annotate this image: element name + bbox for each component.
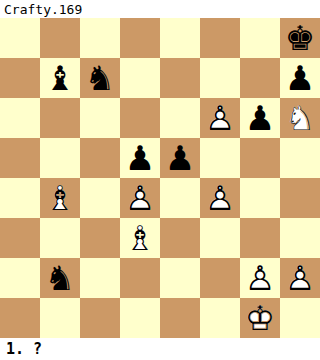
white-piece-outline: ♙ xyxy=(240,258,280,298)
square-a5[interactable] xyxy=(0,138,40,178)
square-d5[interactable]: ♟ xyxy=(120,138,160,178)
square-c4[interactable] xyxy=(80,178,120,218)
square-c1[interactable] xyxy=(80,298,120,338)
square-b2[interactable]: ♞ xyxy=(40,258,80,298)
white-piece-outline: ♙ xyxy=(120,178,160,218)
white-king[interactable]: ♚♔ xyxy=(240,298,280,338)
square-e6[interactable] xyxy=(160,98,200,138)
black-knight[interactable]: ♞ xyxy=(80,58,120,98)
black-pawn[interactable]: ♟ xyxy=(160,138,200,178)
square-c8[interactable] xyxy=(80,18,120,58)
black-piece-glyph: ♟ xyxy=(240,98,280,138)
square-a6[interactable] xyxy=(0,98,40,138)
square-f6[interactable]: ♟♙ xyxy=(200,98,240,138)
white-knight[interactable]: ♞♘ xyxy=(280,98,320,138)
black-pawn[interactable]: ♟ xyxy=(120,138,160,178)
square-h2[interactable]: ♟♙ xyxy=(280,258,320,298)
square-b6[interactable] xyxy=(40,98,80,138)
square-a2[interactable] xyxy=(0,258,40,298)
square-b8[interactable] xyxy=(40,18,80,58)
square-a4[interactable] xyxy=(0,178,40,218)
square-f1[interactable] xyxy=(200,298,240,338)
white-pawn[interactable]: ♟♙ xyxy=(240,258,280,298)
square-e2[interactable] xyxy=(160,258,200,298)
square-f5[interactable] xyxy=(200,138,240,178)
black-piece-glyph: ♚ xyxy=(280,18,320,58)
square-d8[interactable] xyxy=(120,18,160,58)
white-piece-outline: ♙ xyxy=(200,178,240,218)
square-d6[interactable] xyxy=(120,98,160,138)
black-bishop[interactable]: ♝ xyxy=(40,58,80,98)
square-h7[interactable]: ♟ xyxy=(280,58,320,98)
black-piece-glyph: ♞ xyxy=(40,258,80,298)
square-c5[interactable] xyxy=(80,138,120,178)
square-b7[interactable]: ♝ xyxy=(40,58,80,98)
square-e8[interactable] xyxy=(160,18,200,58)
square-f8[interactable] xyxy=(200,18,240,58)
square-h4[interactable] xyxy=(280,178,320,218)
square-g3[interactable] xyxy=(240,218,280,258)
square-c6[interactable] xyxy=(80,98,120,138)
square-c3[interactable] xyxy=(80,218,120,258)
black-piece-glyph: ♟ xyxy=(280,58,320,98)
white-pawn[interactable]: ♟♙ xyxy=(200,178,240,218)
square-f7[interactable] xyxy=(200,58,240,98)
square-b4[interactable]: ♝♗ xyxy=(40,178,80,218)
white-bishop[interactable]: ♝♗ xyxy=(120,218,160,258)
move-prompt: 1. ? xyxy=(0,338,320,360)
square-a7[interactable] xyxy=(0,58,40,98)
square-e4[interactable] xyxy=(160,178,200,218)
square-b3[interactable] xyxy=(40,218,80,258)
square-g8[interactable] xyxy=(240,18,280,58)
white-piece-outline: ♙ xyxy=(200,98,240,138)
square-f2[interactable] xyxy=(200,258,240,298)
chess-board: ♚♝♞♟♟♙♟♞♘♟♟♝♗♟♙♟♙♝♗♞♟♙♟♙♚♔ xyxy=(0,18,320,338)
square-e7[interactable] xyxy=(160,58,200,98)
black-piece-glyph: ♟ xyxy=(120,138,160,178)
square-e3[interactable] xyxy=(160,218,200,258)
black-piece-glyph: ♞ xyxy=(80,58,120,98)
black-pawn[interactable]: ♟ xyxy=(240,98,280,138)
white-piece-outline: ♙ xyxy=(280,258,320,298)
square-g2[interactable]: ♟♙ xyxy=(240,258,280,298)
page-title: Crafty.169 xyxy=(0,0,320,18)
square-a3[interactable] xyxy=(0,218,40,258)
square-f3[interactable] xyxy=(200,218,240,258)
square-h3[interactable] xyxy=(280,218,320,258)
square-d3[interactable]: ♝♗ xyxy=(120,218,160,258)
square-d4[interactable]: ♟♙ xyxy=(120,178,160,218)
square-b1[interactable] xyxy=(40,298,80,338)
white-piece-outline: ♘ xyxy=(280,98,320,138)
black-piece-glyph: ♟ xyxy=(160,138,200,178)
square-a1[interactable] xyxy=(0,298,40,338)
black-piece-glyph: ♝ xyxy=(40,58,80,98)
black-knight[interactable]: ♞ xyxy=(40,258,80,298)
square-f4[interactable]: ♟♙ xyxy=(200,178,240,218)
square-d7[interactable] xyxy=(120,58,160,98)
white-pawn[interactable]: ♟♙ xyxy=(120,178,160,218)
white-pawn[interactable]: ♟♙ xyxy=(200,98,240,138)
square-e5[interactable]: ♟ xyxy=(160,138,200,178)
square-c7[interactable]: ♞ xyxy=(80,58,120,98)
square-g5[interactable] xyxy=(240,138,280,178)
square-e1[interactable] xyxy=(160,298,200,338)
square-d2[interactable] xyxy=(120,258,160,298)
black-king[interactable]: ♚ xyxy=(280,18,320,58)
square-c2[interactable] xyxy=(80,258,120,298)
square-h5[interactable] xyxy=(280,138,320,178)
square-h8[interactable]: ♚ xyxy=(280,18,320,58)
square-b5[interactable] xyxy=(40,138,80,178)
square-g4[interactable] xyxy=(240,178,280,218)
white-bishop[interactable]: ♝♗ xyxy=(40,178,80,218)
square-g1[interactable]: ♚♔ xyxy=(240,298,280,338)
white-pawn[interactable]: ♟♙ xyxy=(280,258,320,298)
white-piece-outline: ♗ xyxy=(40,178,80,218)
square-h1[interactable] xyxy=(280,298,320,338)
black-pawn[interactable]: ♟ xyxy=(280,58,320,98)
square-d1[interactable] xyxy=(120,298,160,338)
white-piece-outline: ♔ xyxy=(240,298,280,338)
square-g6[interactable]: ♟ xyxy=(240,98,280,138)
white-piece-outline: ♗ xyxy=(120,218,160,258)
square-a8[interactable] xyxy=(0,18,40,58)
square-h6[interactable]: ♞♘ xyxy=(280,98,320,138)
square-g7[interactable] xyxy=(240,58,280,98)
chess-diagram-window: Crafty.169 ♚♝♞♟♟♙♟♞♘♟♟♝♗♟♙♟♙♝♗♞♟♙♟♙♚♔ 1.… xyxy=(0,0,320,360)
